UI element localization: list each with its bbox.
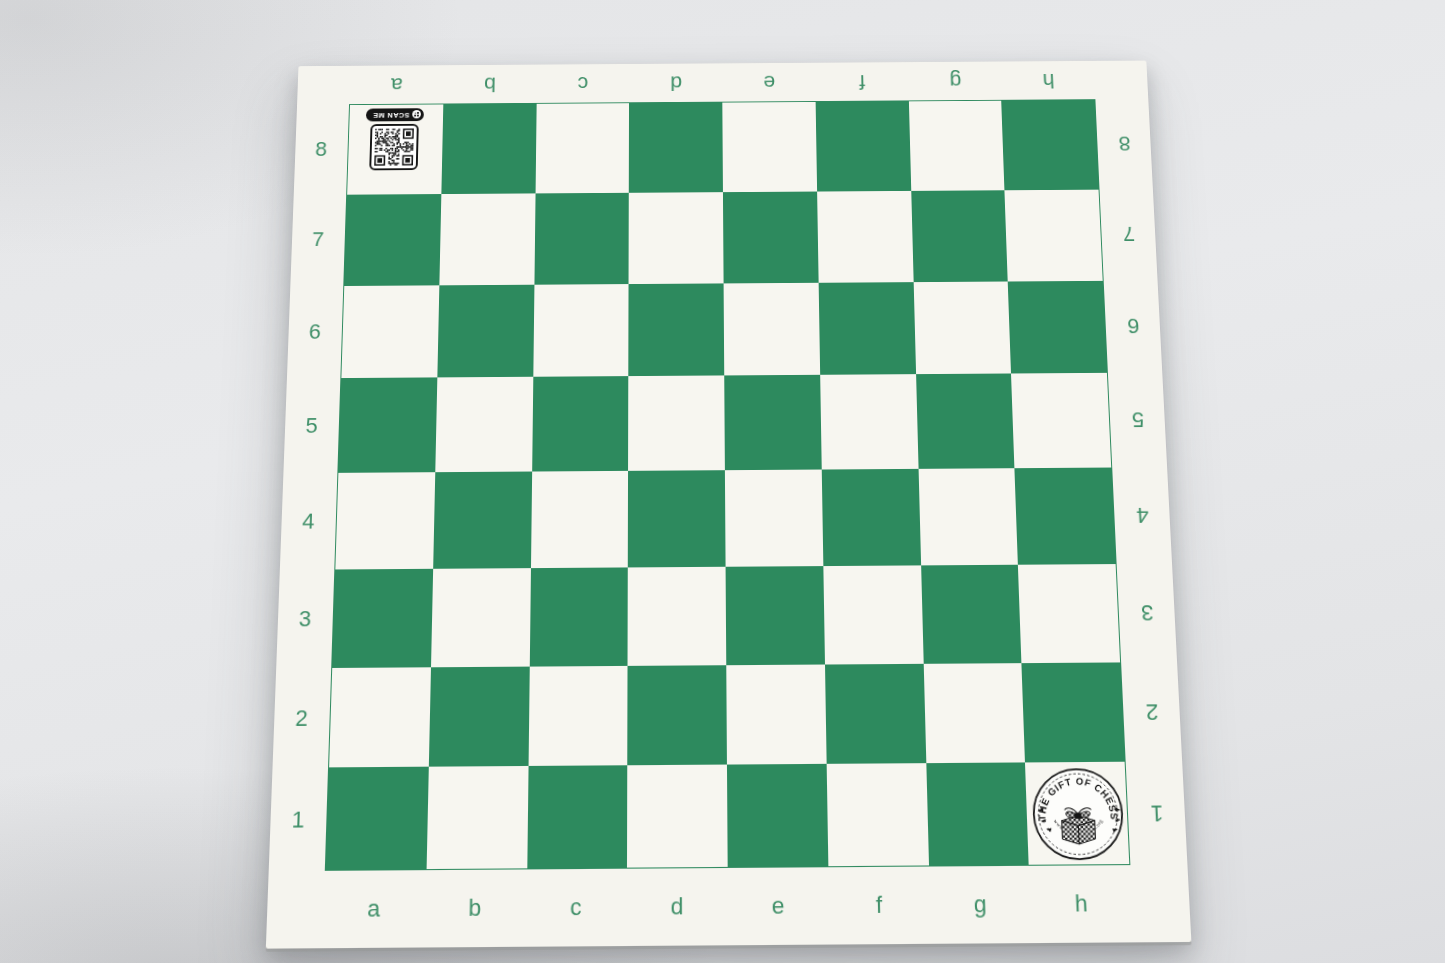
rank-label-left-2: 2 — [272, 668, 331, 769]
rank-label-right-6: 6 — [1103, 280, 1162, 373]
square-c8[interactable] — [535, 103, 629, 193]
square-c6[interactable] — [532, 284, 628, 377]
square-e7[interactable] — [722, 191, 817, 283]
file-label-top-f: f — [814, 62, 908, 101]
rank-label-left-5: 5 — [283, 378, 340, 473]
square-g2[interactable] — [923, 663, 1025, 764]
file-label-bottom-b: b — [423, 869, 525, 947]
board — [324, 99, 1130, 871]
square-f4[interactable] — [821, 469, 920, 566]
vinyl-chess-mat: abcdefgh 87654321 87654321 abcdefgh — [265, 61, 1191, 949]
svg-text:♞: ♞ — [1114, 817, 1121, 823]
square-b8[interactable] — [441, 104, 536, 194]
square-c3[interactable] — [529, 567, 628, 666]
square-d7[interactable] — [628, 192, 723, 284]
square-g5[interactable] — [915, 374, 1014, 469]
file-label-top-d: d — [629, 63, 722, 102]
square-e4[interactable] — [724, 470, 822, 567]
square-a2[interactable] — [329, 667, 431, 768]
file-label-top-b: b — [442, 65, 536, 104]
square-b2[interactable] — [428, 666, 529, 767]
file-label-top-h: h — [1000, 61, 1095, 100]
qr-finder-top-left — [402, 155, 413, 165]
square-b7[interactable] — [439, 193, 535, 285]
file-label-top-g: g — [907, 62, 1001, 101]
square-e3[interactable] — [725, 566, 824, 665]
rank-label-left-4: 4 — [279, 473, 337, 570]
square-f7[interactable] — [816, 191, 912, 283]
square-e2[interactable] — [726, 664, 826, 765]
qr-code-svg — [374, 128, 414, 165]
file-labels-bottom: abcdefgh — [322, 865, 1134, 948]
rank-label-right-2: 2 — [1121, 662, 1182, 763]
rank-label-left-3: 3 — [276, 569, 334, 668]
square-f5[interactable] — [819, 374, 917, 469]
rank-label-right-3: 3 — [1116, 564, 1176, 663]
square-f6[interactable] — [818, 282, 915, 375]
square-h8[interactable] — [1001, 100, 1098, 190]
square-h2[interactable] — [1021, 662, 1124, 763]
rank-label-right-4: 4 — [1112, 467, 1172, 564]
square-d3[interactable] — [627, 567, 725, 666]
qr-finder-bottom-left — [402, 128, 413, 138]
square-g8[interactable] — [908, 101, 1004, 191]
square-d6[interactable] — [628, 283, 724, 376]
qr-finder-top-right — [374, 155, 385, 165]
scan-me-badge: SCAN ME — [365, 108, 423, 121]
rank-label-left-7: 7 — [290, 194, 346, 286]
square-e5[interactable] — [724, 375, 821, 470]
square-e8[interactable] — [722, 102, 817, 192]
square-c5[interactable] — [531, 376, 628, 471]
square-b5[interactable] — [435, 377, 533, 472]
square-g1[interactable] — [925, 763, 1028, 866]
file-label-bottom-g: g — [929, 866, 1032, 944]
square-e6[interactable] — [723, 282, 819, 375]
square-a5[interactable] — [338, 378, 437, 473]
square-a7[interactable] — [344, 194, 441, 286]
square-f1[interactable] — [826, 763, 928, 866]
square-f8[interactable] — [815, 101, 910, 191]
square-f2[interactable] — [824, 663, 925, 764]
qr-mini-icon — [412, 111, 421, 119]
square-c4[interactable] — [530, 471, 628, 568]
rank-label-right-8: 8 — [1095, 99, 1152, 189]
rank-label-right-7: 7 — [1099, 188, 1157, 280]
square-d8[interactable] — [629, 103, 723, 193]
square-h7[interactable] — [1004, 189, 1102, 281]
square-b4[interactable] — [432, 472, 531, 569]
qr-code — [369, 124, 419, 170]
svg-text:♞: ♞ — [1040, 818, 1046, 824]
square-e1[interactable] — [726, 764, 827, 867]
board-area: SCAN ME — [324, 99, 1130, 871]
file-label-bottom-e: e — [727, 867, 829, 945]
square-b3[interactable] — [430, 568, 530, 667]
gift-box-icon — [1061, 808, 1096, 844]
rank-label-left-8: 8 — [293, 104, 348, 194]
square-a6[interactable] — [341, 285, 439, 378]
square-h6[interactable] — [1007, 280, 1106, 373]
square-d1[interactable] — [627, 765, 727, 868]
square-a4[interactable] — [335, 472, 435, 569]
square-g7[interactable] — [910, 190, 1007, 282]
rank-label-right-1: 1 — [1125, 762, 1187, 865]
file-label-bottom-f: f — [828, 867, 931, 945]
square-d2[interactable] — [627, 665, 726, 766]
square-c2[interactable] — [528, 665, 628, 766]
file-labels-top: abcdefgh — [349, 61, 1095, 104]
square-a1[interactable] — [325, 767, 428, 870]
rank-label-left-6: 6 — [286, 285, 342, 378]
scan-me-label: SCAN ME — [372, 111, 409, 118]
file-label-top-c: c — [535, 64, 628, 103]
square-f3[interactable] — [823, 565, 923, 664]
file-label-bottom-c: c — [525, 869, 627, 947]
square-c1[interactable] — [526, 766, 627, 869]
square-d4[interactable] — [628, 470, 726, 567]
photo-background: abcdefgh 87654321 87654321 abcdefgh — [0, 0, 1445, 963]
square-h4[interactable] — [1014, 468, 1115, 565]
square-b6[interactable] — [437, 284, 534, 377]
square-c7[interactable] — [533, 193, 628, 285]
rank-label-right-5: 5 — [1107, 372, 1166, 467]
file-label-bottom-h: h — [1029, 865, 1133, 943]
square-g3[interactable] — [920, 564, 1021, 663]
gift-of-chess-logo: THE GIFT OF CHESS www.thegiftofchess.org… — [1030, 767, 1126, 862]
file-label-bottom-d: d — [626, 868, 727, 946]
square-h5[interactable] — [1011, 373, 1111, 468]
square-g4[interactable] — [918, 468, 1018, 565]
file-label-bottom-a: a — [322, 870, 425, 948]
square-b1[interactable] — [426, 766, 528, 869]
square-g6[interactable] — [913, 281, 1011, 374]
qr-block: SCAN ME — [361, 108, 426, 170]
rank-label-left-1: 1 — [268, 768, 327, 871]
file-label-top-a: a — [349, 65, 443, 104]
square-a3[interactable] — [332, 569, 433, 668]
square-h3[interactable] — [1018, 564, 1120, 663]
file-label-top-e: e — [722, 63, 816, 102]
square-d5[interactable] — [628, 376, 725, 471]
